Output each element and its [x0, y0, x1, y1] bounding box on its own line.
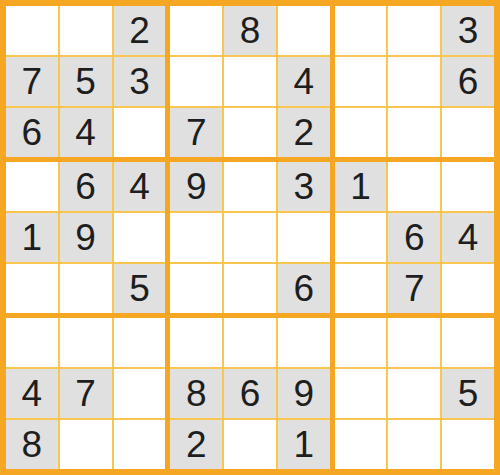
cell-r5c5[interactable] — [224, 213, 276, 262]
cell-r5c2: 9 — [60, 213, 112, 262]
box-1-1: 275364 — [6, 6, 165, 157]
cell-r9c7[interactable] — [335, 420, 387, 469]
cell-r4c7: 1 — [335, 162, 387, 211]
cell-r6c5[interactable] — [224, 264, 276, 313]
cell-r4c8[interactable] — [388, 162, 440, 211]
cell-r1c2[interactable] — [60, 6, 112, 55]
cell-r2c9: 6 — [442, 57, 494, 106]
cell-r9c9[interactable] — [442, 420, 494, 469]
cell-r8c7[interactable] — [335, 369, 387, 418]
box-2-1: 64195 — [6, 162, 165, 313]
cell-r6c1[interactable] — [6, 264, 58, 313]
cell-r5c4[interactable] — [170, 213, 222, 262]
cell-r1c9: 3 — [442, 6, 494, 55]
cell-r3c7[interactable] — [335, 108, 387, 157]
cell-r1c4[interactable] — [170, 6, 222, 55]
cell-r6c6: 6 — [278, 264, 330, 313]
cell-r7c2[interactable] — [60, 318, 112, 367]
cell-r8c2: 7 — [60, 369, 112, 418]
cell-r3c9[interactable] — [442, 108, 494, 157]
cell-r2c1: 7 — [6, 57, 58, 106]
cell-r7c5[interactable] — [224, 318, 276, 367]
cell-r7c7[interactable] — [335, 318, 387, 367]
cell-r1c3: 2 — [114, 6, 166, 55]
box-3-2: 86921 — [170, 318, 329, 469]
cell-r1c6[interactable] — [278, 6, 330, 55]
cell-r5c6[interactable] — [278, 213, 330, 262]
cell-r5c8: 6 — [388, 213, 440, 262]
box-3-1: 478 — [6, 318, 165, 469]
cell-r1c7[interactable] — [335, 6, 387, 55]
cell-r5c7[interactable] — [335, 213, 387, 262]
sudoku-board: 275364847236641959361647478869215 — [0, 0, 500, 475]
cell-r9c6: 1 — [278, 420, 330, 469]
cell-r2c8[interactable] — [388, 57, 440, 106]
cell-r8c5: 6 — [224, 369, 276, 418]
cell-r8c1: 4 — [6, 369, 58, 418]
cell-r1c1[interactable] — [6, 6, 58, 55]
cell-r3c8[interactable] — [388, 108, 440, 157]
cell-r3c3[interactable] — [114, 108, 166, 157]
cell-r6c8: 7 — [388, 264, 440, 313]
cell-r4c5[interactable] — [224, 162, 276, 211]
cell-r3c6: 2 — [278, 108, 330, 157]
cell-r9c4: 2 — [170, 420, 222, 469]
cell-r8c9: 5 — [442, 369, 494, 418]
cell-r8c6: 9 — [278, 369, 330, 418]
cell-r3c2: 4 — [60, 108, 112, 157]
cell-r7c6[interactable] — [278, 318, 330, 367]
box-2-2: 936 — [170, 162, 329, 313]
cell-r4c9[interactable] — [442, 162, 494, 211]
cell-r2c7[interactable] — [335, 57, 387, 106]
box-2-3: 1647 — [335, 162, 494, 313]
cell-r7c9[interactable] — [442, 318, 494, 367]
cell-r7c4[interactable] — [170, 318, 222, 367]
cell-r7c8[interactable] — [388, 318, 440, 367]
cell-r9c3[interactable] — [114, 420, 166, 469]
cell-r2c5[interactable] — [224, 57, 276, 106]
cell-r3c1: 6 — [6, 108, 58, 157]
box-1-2: 8472 — [170, 6, 329, 157]
box-3-3: 5 — [335, 318, 494, 469]
cell-r6c2[interactable] — [60, 264, 112, 313]
cell-r6c3: 5 — [114, 264, 166, 313]
cell-r7c1[interactable] — [6, 318, 58, 367]
cell-r8c3[interactable] — [114, 369, 166, 418]
cell-r7c3[interactable] — [114, 318, 166, 367]
cell-r6c4[interactable] — [170, 264, 222, 313]
cell-r3c5[interactable] — [224, 108, 276, 157]
cell-r5c1: 1 — [6, 213, 58, 262]
cell-r1c5: 8 — [224, 6, 276, 55]
cell-r5c3[interactable] — [114, 213, 166, 262]
cell-r9c5[interactable] — [224, 420, 276, 469]
cell-r9c2[interactable] — [60, 420, 112, 469]
cell-r2c4[interactable] — [170, 57, 222, 106]
cell-r8c4: 8 — [170, 369, 222, 418]
cell-r4c4: 9 — [170, 162, 222, 211]
cell-r9c8[interactable] — [388, 420, 440, 469]
cell-r4c3: 4 — [114, 162, 166, 211]
cell-r4c1[interactable] — [6, 162, 58, 211]
cell-r2c6: 4 — [278, 57, 330, 106]
cell-r2c3: 3 — [114, 57, 166, 106]
cell-r6c7[interactable] — [335, 264, 387, 313]
cell-r8c8[interactable] — [388, 369, 440, 418]
cell-r4c2: 6 — [60, 162, 112, 211]
cell-r2c2: 5 — [60, 57, 112, 106]
cell-r1c8[interactable] — [388, 6, 440, 55]
cell-r5c9: 4 — [442, 213, 494, 262]
cell-r4c6: 3 — [278, 162, 330, 211]
cell-r6c9[interactable] — [442, 264, 494, 313]
cell-r3c4: 7 — [170, 108, 222, 157]
cell-r9c1: 8 — [6, 420, 58, 469]
box-1-3: 36 — [335, 6, 494, 157]
